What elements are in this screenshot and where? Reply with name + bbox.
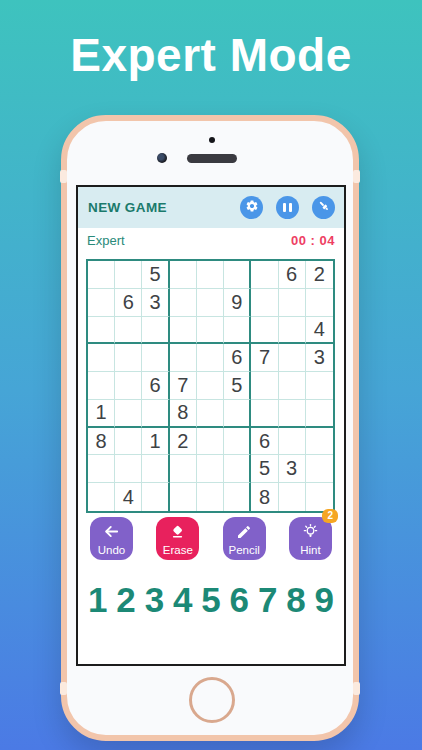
cell-r4c4[interactable] [170, 344, 197, 372]
gradient-background: Expert Mode NEW GAME [0, 0, 422, 750]
cell-r6c2[interactable] [115, 400, 142, 428]
cell-r6c8[interactable] [279, 400, 306, 428]
eraser-icon [156, 522, 199, 541]
cell-r7c6[interactable] [224, 428, 251, 456]
cell-r3c8[interactable] [279, 317, 306, 345]
cell-r9c7[interactable]: 8 [251, 483, 278, 511]
cell-r1c6[interactable] [224, 261, 251, 289]
pause-icon [283, 203, 292, 212]
cell-r5c8[interactable] [279, 372, 306, 400]
phone-side-tab [60, 682, 67, 695]
cell-r6c6[interactable] [224, 400, 251, 428]
cell-r2c4[interactable] [170, 289, 197, 317]
cell-r2c8[interactable] [279, 289, 306, 317]
pause-button[interactable] [276, 196, 299, 219]
cell-r3c4[interactable] [170, 317, 197, 345]
numpad-7[interactable]: 7 [258, 580, 277, 620]
cell-r7c9[interactable] [306, 428, 333, 456]
cell-r3c9[interactable]: 4 [306, 317, 333, 345]
hint-label: Hint [300, 544, 320, 556]
cell-r9c8[interactable] [279, 483, 306, 511]
theme-brush-button[interactable] [312, 196, 335, 219]
pencil-icon [223, 522, 266, 541]
cell-r9c4[interactable] [170, 483, 197, 511]
cell-r7c7[interactable]: 6 [251, 428, 278, 456]
paint-brush-icon [317, 199, 331, 217]
erase-label: Erase [163, 544, 193, 556]
numpad-1[interactable]: 1 [88, 580, 107, 620]
hint-badge: 2 [322, 509, 338, 523]
cell-r2c2[interactable]: 6 [115, 289, 142, 317]
cell-r5c6[interactable]: 5 [224, 372, 251, 400]
numpad-6[interactable]: 6 [230, 580, 249, 620]
cell-r4c2[interactable] [115, 344, 142, 372]
cell-r8c5[interactable] [197, 455, 224, 483]
cell-r6c3[interactable] [142, 400, 169, 428]
cell-r9c2[interactable]: 4 [115, 483, 142, 511]
cell-r8c1[interactable] [88, 455, 115, 483]
cell-r9c9[interactable] [306, 483, 333, 511]
settings-button[interactable] [240, 196, 263, 219]
cell-r1c3[interactable]: 5 [142, 261, 169, 289]
cell-r4c7[interactable]: 7 [251, 344, 278, 372]
cell-r6c5[interactable] [197, 400, 224, 428]
phone-side-tab [353, 170, 360, 183]
cell-r5c3[interactable]: 6 [142, 372, 169, 400]
cell-r3c7[interactable] [251, 317, 278, 345]
cell-r2c7[interactable] [251, 289, 278, 317]
cell-r8c4[interactable] [170, 455, 197, 483]
cell-r3c6[interactable] [224, 317, 251, 345]
cell-r8c8[interactable]: 3 [279, 455, 306, 483]
phone-mockup: NEW GAME Expert 00 : 04 [61, 115, 359, 741]
phone-side-tab [60, 170, 67, 183]
cell-r4c5[interactable] [197, 344, 224, 372]
cell-r9c1[interactable] [88, 483, 115, 511]
erase-button[interactable]: Erase [156, 517, 199, 560]
cell-r8c9[interactable] [306, 455, 333, 483]
numpad-3[interactable]: 3 [145, 580, 164, 620]
cell-r1c7[interactable] [251, 261, 278, 289]
page-title: Expert Mode [0, 28, 422, 82]
cell-r9c5[interactable] [197, 483, 224, 511]
proximity-sensor-dot [209, 137, 215, 143]
cell-r5c7[interactable] [251, 372, 278, 400]
difficulty-label: Expert [87, 233, 125, 248]
cell-r9c3[interactable] [142, 483, 169, 511]
cell-r4c1[interactable] [88, 344, 115, 372]
cell-r3c3[interactable] [142, 317, 169, 345]
cell-r7c8[interactable] [279, 428, 306, 456]
cell-r7c5[interactable] [197, 428, 224, 456]
cell-r6c9[interactable] [306, 400, 333, 428]
app-header-bar: NEW GAME [78, 187, 344, 228]
cell-r1c2[interactable] [115, 261, 142, 289]
cell-r7c2[interactable] [115, 428, 142, 456]
app-title: NEW GAME [88, 200, 227, 215]
cell-r2c6[interactable]: 9 [224, 289, 251, 317]
pencil-button[interactable]: Pencil [223, 517, 266, 560]
cell-r9c6[interactable] [224, 483, 251, 511]
cell-r5c2[interactable] [115, 372, 142, 400]
cell-r7c1[interactable]: 8 [88, 428, 115, 456]
hint-button[interactable]: 2 Hint [289, 517, 332, 560]
cell-r1c4[interactable] [170, 261, 197, 289]
pencil-label: Pencil [228, 544, 259, 556]
front-camera [157, 153, 167, 163]
numpad-5[interactable]: 5 [201, 580, 220, 620]
lightbulb-icon [289, 522, 332, 541]
cell-r4c8[interactable] [279, 344, 306, 372]
cell-r2c3[interactable]: 3 [142, 289, 169, 317]
cell-r6c1[interactable]: 1 [88, 400, 115, 428]
cell-r4c3[interactable] [142, 344, 169, 372]
number-pad: 123456789 [88, 580, 334, 620]
gear-icon [245, 199, 259, 217]
cell-r1c9[interactable]: 2 [306, 261, 333, 289]
numpad-4[interactable]: 4 [173, 580, 192, 620]
cell-r8c7[interactable]: 5 [251, 455, 278, 483]
cell-r5c9[interactable] [306, 372, 333, 400]
cell-r8c3[interactable] [142, 455, 169, 483]
cell-r1c5[interactable] [197, 261, 224, 289]
home-button[interactable] [189, 677, 235, 723]
cell-r5c1[interactable] [88, 372, 115, 400]
cell-r3c5[interactable] [197, 317, 224, 345]
cell-r4c9[interactable]: 3 [306, 344, 333, 372]
cell-r3c2[interactable] [115, 317, 142, 345]
app-screen: NEW GAME Expert 00 : 04 [76, 185, 346, 666]
undo-button[interactable]: Undo [90, 517, 133, 560]
cell-r1c8[interactable]: 6 [279, 261, 306, 289]
cell-r4c6[interactable]: 6 [224, 344, 251, 372]
status-row: Expert 00 : 04 [78, 228, 344, 253]
cell-r2c1[interactable] [88, 289, 115, 317]
cell-r5c5[interactable] [197, 372, 224, 400]
cell-r1c1[interactable] [88, 261, 115, 289]
cell-r6c7[interactable] [251, 400, 278, 428]
cell-r8c6[interactable] [224, 455, 251, 483]
undo-label: Undo [98, 544, 126, 556]
cell-r3c1[interactable] [88, 317, 115, 345]
earpiece-speaker [187, 154, 237, 163]
phone-side-tab [353, 682, 360, 695]
timer: 00 : 04 [291, 233, 335, 248]
cell-r7c3[interactable]: 1 [142, 428, 169, 456]
numpad-9[interactable]: 9 [315, 580, 334, 620]
cell-r6c4[interactable]: 8 [170, 400, 197, 428]
cell-r7c4[interactable]: 2 [170, 428, 197, 456]
cell-r5c4[interactable]: 7 [170, 372, 197, 400]
numpad-2[interactable]: 2 [116, 580, 135, 620]
numpad-8[interactable]: 8 [286, 580, 305, 620]
cell-r2c9[interactable] [306, 289, 333, 317]
toolbar: Undo Erase Pencil 2 [90, 517, 332, 560]
sudoku-board: 56263946736751881265348 [86, 259, 335, 513]
undo-arrow-icon [90, 522, 133, 541]
cell-r2c5[interactable] [197, 289, 224, 317]
cell-r8c2[interactable] [115, 455, 142, 483]
